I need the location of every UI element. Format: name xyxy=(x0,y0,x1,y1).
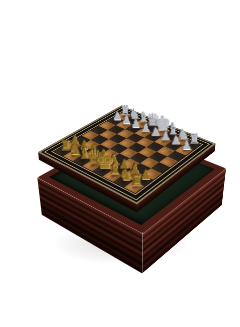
chess-piece-gold-rook: ♜ xyxy=(125,173,147,188)
product-photo: ♜♟♞♟♝♟♛♟♚♟♝♟♟♞♜♟♟♜♞♟♟♝♟♛♟♚♟♝♟♞♟♜ xyxy=(0,0,240,327)
chess-piece-silver-pawn: ♟ xyxy=(176,139,196,151)
